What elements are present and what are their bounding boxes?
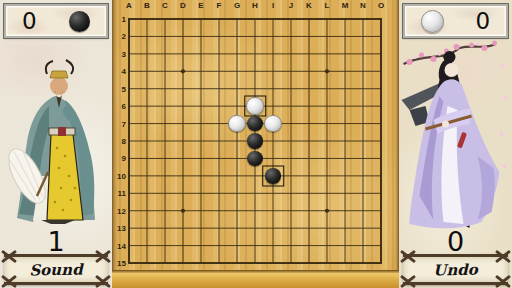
intersection[interactable] — [246, 28, 264, 45]
intersection[interactable] — [174, 185, 192, 202]
intersection[interactable] — [138, 219, 156, 236]
intersection[interactable] — [174, 63, 192, 80]
column-label: F — [217, 1, 222, 10]
intersection[interactable] — [120, 132, 138, 149]
intersection[interactable] — [264, 132, 282, 149]
intersection[interactable] — [246, 10, 264, 27]
intersection[interactable] — [174, 115, 192, 132]
intersection[interactable] — [318, 132, 336, 149]
intersection[interactable] — [210, 254, 228, 271]
intersection[interactable] — [264, 185, 282, 202]
intersection[interactable] — [156, 150, 174, 167]
intersection[interactable] — [138, 237, 156, 254]
goban: ABCDEFGHIJKLMNO 123456789101112131415 — [112, 0, 399, 288]
column-label: N — [360, 1, 366, 10]
intersection[interactable] — [138, 254, 156, 271]
intersection[interactable] — [246, 254, 264, 271]
intersection[interactable] — [282, 10, 300, 27]
intersection[interactable] — [210, 132, 228, 149]
intersection[interactable] — [336, 45, 354, 62]
intersection[interactable] — [174, 80, 192, 97]
intersection[interactable] — [282, 115, 300, 132]
intersection[interactable] — [192, 185, 210, 202]
black-player-character-illustration — [3, 56, 109, 228]
intersection[interactable] — [192, 237, 210, 254]
intersection[interactable] — [300, 167, 318, 184]
stone-white — [264, 115, 282, 133]
intersection[interactable] — [300, 97, 318, 114]
intersection[interactable] — [228, 254, 246, 271]
intersection[interactable] — [192, 115, 210, 132]
intersection[interactable] — [336, 132, 354, 149]
intersection[interactable] — [174, 97, 192, 114]
intersection[interactable] — [174, 28, 192, 45]
intersection[interactable] — [264, 28, 282, 45]
intersection[interactable] — [282, 237, 300, 254]
intersection[interactable] — [228, 237, 246, 254]
intersection[interactable] — [138, 202, 156, 219]
intersection[interactable] — [210, 63, 228, 80]
intersection[interactable] — [354, 10, 372, 27]
intersection[interactable] — [210, 10, 228, 27]
black-wins-count: 1 — [0, 228, 112, 255]
intersection[interactable] — [138, 28, 156, 45]
intersection[interactable] — [138, 80, 156, 97]
intersection[interactable] — [228, 202, 246, 219]
intersection[interactable] — [282, 254, 300, 271]
intersection[interactable] — [354, 45, 372, 62]
intersection[interactable] — [156, 254, 174, 271]
intersection[interactable] — [228, 45, 246, 62]
column-label: A — [126, 1, 132, 10]
intersection — [264, 167, 282, 184]
intersection[interactable] — [300, 219, 318, 236]
intersection[interactable] — [318, 237, 336, 254]
intersection[interactable] — [120, 63, 138, 80]
intersection[interactable] — [282, 63, 300, 80]
intersection[interactable] — [174, 132, 192, 149]
intersection[interactable] — [120, 80, 138, 97]
intersection[interactable] — [246, 63, 264, 80]
intersection[interactable] — [300, 185, 318, 202]
intersection[interactable] — [354, 254, 372, 271]
intersection[interactable] — [210, 167, 228, 184]
intersection[interactable] — [372, 202, 390, 219]
stone-white-marked — [246, 97, 264, 115]
intersection[interactable] — [192, 97, 210, 114]
intersection[interactable] — [120, 45, 138, 62]
intersection[interactable] — [246, 202, 264, 219]
intersection[interactable] — [174, 45, 192, 62]
column-label: D — [180, 1, 186, 10]
column-label: G — [234, 1, 240, 10]
intersection[interactable] — [174, 202, 192, 219]
intersection[interactable] — [318, 254, 336, 271]
intersection[interactable] — [156, 202, 174, 219]
intersection[interactable] — [300, 63, 318, 80]
column-label: K — [306, 1, 312, 10]
intersection[interactable] — [138, 63, 156, 80]
intersection[interactable] — [120, 97, 138, 114]
intersection[interactable] — [354, 202, 372, 219]
intersection[interactable] — [372, 219, 390, 236]
intersection[interactable] — [120, 219, 138, 236]
intersection[interactable] — [354, 132, 372, 149]
intersection[interactable] — [282, 185, 300, 202]
intersection[interactable] — [120, 185, 138, 202]
intersection[interactable] — [318, 185, 336, 202]
intersection[interactable] — [138, 132, 156, 149]
intersection[interactable] — [336, 115, 354, 132]
intersection[interactable] — [264, 97, 282, 114]
intersection[interactable] — [372, 80, 390, 97]
intersection[interactable] — [354, 115, 372, 132]
intersection[interactable] — [336, 63, 354, 80]
white-score: 0 — [476, 10, 491, 33]
intersection[interactable] — [336, 10, 354, 27]
intersection[interactable] — [210, 45, 228, 62]
intersection[interactable] — [210, 202, 228, 219]
intersection[interactable] — [300, 132, 318, 149]
intersection[interactable] — [336, 167, 354, 184]
sound-button[interactable]: Sound — [4, 254, 108, 285]
intersection[interactable] — [336, 185, 354, 202]
intersection[interactable] — [264, 202, 282, 219]
intersection[interactable] — [228, 10, 246, 27]
intersection[interactable] — [282, 202, 300, 219]
intersection[interactable] — [138, 185, 156, 202]
intersection[interactable] — [138, 167, 156, 184]
intersection[interactable] — [264, 219, 282, 236]
intersection[interactable] — [318, 80, 336, 97]
intersection[interactable] — [210, 28, 228, 45]
intersection[interactable] — [336, 237, 354, 254]
intersection[interactable] — [282, 45, 300, 62]
intersection[interactable] — [228, 167, 246, 184]
intersection[interactable] — [372, 63, 390, 80]
intersection[interactable] — [354, 167, 372, 184]
intersection[interactable] — [174, 150, 192, 167]
intersection[interactable] — [300, 115, 318, 132]
intersection[interactable] — [156, 167, 174, 184]
intersection[interactable] — [318, 115, 336, 132]
stone-white — [228, 115, 246, 133]
intersection[interactable] — [228, 132, 246, 149]
intersection[interactable] — [174, 237, 192, 254]
intersection[interactable] — [372, 132, 390, 149]
intersection[interactable] — [228, 219, 246, 236]
intersection[interactable] — [354, 150, 372, 167]
intersection[interactable] — [300, 237, 318, 254]
intersection[interactable] — [156, 28, 174, 45]
intersection[interactable] — [192, 80, 210, 97]
intersection[interactable] — [372, 115, 390, 132]
intersection[interactable] — [192, 132, 210, 149]
intersection[interactable] — [264, 63, 282, 80]
stone-black — [247, 116, 263, 132]
intersection[interactable] — [300, 254, 318, 271]
intersection[interactable] — [318, 97, 336, 114]
intersection[interactable] — [138, 150, 156, 167]
intersection[interactable] — [156, 237, 174, 254]
undo-button[interactable]: Undo — [403, 254, 508, 285]
intersection[interactable] — [210, 115, 228, 132]
white-player-panel: 0 — [399, 0, 512, 288]
intersection[interactable] — [300, 10, 318, 27]
intersection[interactable] — [120, 167, 138, 184]
intersection — [228, 115, 246, 132]
intersection[interactable] — [156, 115, 174, 132]
undo-button-label: Undo — [403, 260, 508, 280]
intersection[interactable] — [138, 45, 156, 62]
intersection[interactable] — [372, 167, 390, 184]
intersection[interactable] — [120, 150, 138, 167]
column-label: L — [325, 1, 330, 10]
intersection[interactable] — [264, 10, 282, 27]
intersection[interactable] — [156, 185, 174, 202]
black-score-box: 0 — [4, 4, 108, 38]
intersection[interactable] — [192, 10, 210, 27]
intersection[interactable] — [120, 115, 138, 132]
column-label: M — [342, 1, 349, 10]
black-player-panel: 0 — [0, 0, 112, 288]
intersection[interactable] — [210, 219, 228, 236]
intersection — [246, 132, 264, 149]
intersection[interactable] — [264, 237, 282, 254]
intersection[interactable] — [336, 150, 354, 167]
intersection[interactable] — [264, 45, 282, 62]
intersection[interactable] — [300, 150, 318, 167]
intersection[interactable] — [156, 10, 174, 27]
intersection[interactable] — [192, 167, 210, 184]
column-label: C — [162, 1, 168, 10]
intersection[interactable] — [138, 10, 156, 27]
game-screen: 0 — [0, 0, 512, 288]
intersection[interactable] — [318, 45, 336, 62]
intersection[interactable] — [210, 150, 228, 167]
intersection[interactable] — [318, 219, 336, 236]
intersection[interactable] — [174, 254, 192, 271]
intersection[interactable] — [120, 10, 138, 27]
intersection[interactable] — [174, 219, 192, 236]
column-label: B — [144, 1, 150, 10]
intersection[interactable] — [282, 150, 300, 167]
intersection[interactable] — [156, 219, 174, 236]
intersection[interactable] — [354, 80, 372, 97]
white-score-box: 0 — [403, 4, 508, 38]
sound-button-label: Sound — [4, 260, 108, 280]
intersection[interactable] — [228, 150, 246, 167]
column-label: E — [198, 1, 203, 10]
intersection[interactable] — [354, 185, 372, 202]
intersection[interactable] — [246, 219, 264, 236]
intersection[interactable] — [192, 28, 210, 45]
white-player-character-illustration — [399, 36, 512, 232]
intersection[interactable] — [318, 63, 336, 80]
intersection[interactable] — [192, 219, 210, 236]
intersection[interactable] — [120, 237, 138, 254]
intersection[interactable] — [120, 202, 138, 219]
intersection — [246, 115, 264, 132]
intersection[interactable] — [246, 45, 264, 62]
intersection[interactable] — [174, 167, 192, 184]
intersection[interactable] — [354, 237, 372, 254]
intersection[interactable] — [120, 254, 138, 271]
intersection[interactable] — [372, 45, 390, 62]
intersection[interactable] — [372, 28, 390, 45]
intersection[interactable] — [318, 28, 336, 45]
intersection[interactable] — [264, 80, 282, 97]
column-label: J — [289, 1, 293, 10]
intersection[interactable] — [336, 202, 354, 219]
intersection[interactable] — [282, 80, 300, 97]
stone-black-marked — [265, 168, 281, 184]
intersection[interactable] — [354, 97, 372, 114]
intersection[interactable] — [318, 202, 336, 219]
stone-black — [247, 151, 263, 167]
intersection[interactable] — [120, 28, 138, 45]
black-score: 0 — [22, 10, 37, 33]
intersection[interactable] — [192, 254, 210, 271]
intersection[interactable] — [300, 45, 318, 62]
intersection[interactable] — [336, 97, 354, 114]
intersection[interactable] — [318, 10, 336, 27]
intersection[interactable] — [336, 28, 354, 45]
intersection[interactable] — [336, 254, 354, 271]
intersection[interactable] — [336, 219, 354, 236]
intersection[interactable] — [210, 237, 228, 254]
intersection[interactable] — [354, 28, 372, 45]
intersection[interactable] — [156, 63, 174, 80]
intersection[interactable] — [138, 97, 156, 114]
intersection[interactable] — [354, 219, 372, 236]
intersection — [246, 97, 264, 114]
intersection[interactable] — [156, 97, 174, 114]
intersection[interactable] — [318, 150, 336, 167]
column-label: I — [272, 1, 274, 10]
intersection[interactable] — [318, 167, 336, 184]
intersection[interactable] — [300, 28, 318, 45]
intersection[interactable] — [300, 202, 318, 219]
intersection[interactable] — [264, 254, 282, 271]
intersection[interactable] — [282, 219, 300, 236]
intersection[interactable] — [372, 150, 390, 167]
intersection[interactable] — [228, 63, 246, 80]
intersection[interactable] — [372, 10, 390, 27]
board-intersections — [120, 10, 390, 271]
white-wins-count: 0 — [399, 228, 512, 255]
intersection[interactable] — [192, 45, 210, 62]
intersection[interactable] — [210, 185, 228, 202]
intersection[interactable] — [192, 63, 210, 80]
intersection[interactable] — [282, 132, 300, 149]
intersection[interactable] — [210, 97, 228, 114]
column-label: O — [378, 1, 384, 10]
intersection[interactable] — [192, 202, 210, 219]
intersection[interactable] — [174, 10, 192, 27]
intersection[interactable] — [282, 97, 300, 114]
black-stone-icon — [69, 11, 90, 32]
intersection[interactable] — [210, 80, 228, 97]
intersection[interactable] — [138, 115, 156, 132]
intersection[interactable] — [336, 80, 354, 97]
intersection[interactable] — [156, 45, 174, 62]
intersection[interactable] — [372, 254, 390, 271]
stone-black — [247, 133, 263, 149]
column-label: H — [252, 1, 258, 10]
intersection[interactable] — [300, 80, 318, 97]
intersection[interactable] — [156, 132, 174, 149]
intersection[interactable] — [282, 28, 300, 45]
intersection[interactable] — [228, 28, 246, 45]
intersection[interactable] — [372, 237, 390, 254]
intersection[interactable] — [282, 167, 300, 184]
intersection[interactable] — [246, 185, 264, 202]
intersection[interactable] — [228, 185, 246, 202]
intersection[interactable] — [156, 80, 174, 97]
intersection — [264, 115, 282, 132]
white-stone-icon — [421, 10, 444, 33]
intersection[interactable] — [192, 150, 210, 167]
intersection[interactable] — [246, 237, 264, 254]
intersection[interactable] — [372, 97, 390, 114]
intersection[interactable] — [354, 63, 372, 80]
intersection[interactable] — [372, 185, 390, 202]
